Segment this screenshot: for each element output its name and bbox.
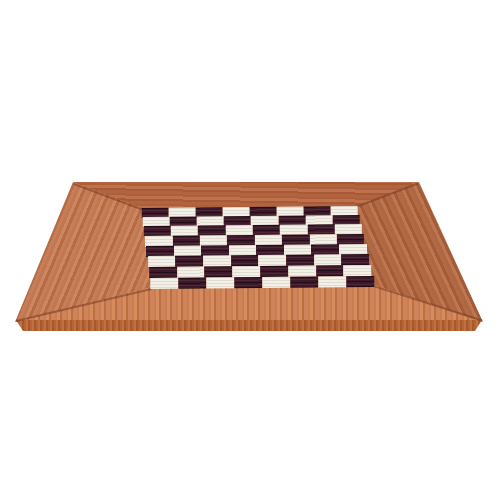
square-r6c4-dark	[231, 255, 259, 266]
square-r2c8-dark	[333, 215, 360, 225]
square-r6c6-dark	[286, 254, 314, 265]
square-r8c3-light	[206, 276, 234, 288]
square-r2c4-dark	[224, 216, 251, 226]
square-r1c6-light	[277, 206, 304, 216]
square-r3c3-dark	[198, 225, 225, 235]
square-r6c3-light	[203, 255, 231, 266]
square-r7c7-dark	[316, 265, 344, 277]
square-r6c5-light	[258, 254, 286, 265]
square-r7c4-light	[232, 265, 260, 277]
square-r4c2-dark	[172, 235, 199, 246]
square-r4c8-dark	[337, 234, 364, 245]
square-r2c2-dark	[170, 216, 197, 226]
square-r6c2-dark	[175, 255, 203, 266]
square-r5c1-dark	[146, 245, 174, 256]
square-r8c7-light	[318, 275, 346, 287]
square-r1c3-dark	[195, 207, 222, 217]
square-r7c1-dark	[149, 266, 177, 278]
square-r7c3-dark	[205, 266, 233, 278]
square-r1c7-dark	[304, 206, 331, 216]
square-r3c4-light	[226, 225, 253, 235]
square-r3c5-dark	[253, 225, 280, 235]
square-r2c6-dark	[278, 215, 305, 225]
product-photo-background	[0, 0, 500, 500]
square-r3c2-light	[171, 225, 198, 235]
square-r5c5-dark	[256, 244, 284, 255]
square-r1c5-dark	[249, 206, 276, 216]
square-r4c3-light	[200, 235, 227, 246]
square-r5c8-light	[339, 244, 367, 255]
square-r7c5-dark	[260, 265, 288, 277]
square-r5c3-dark	[201, 245, 229, 256]
square-r8c1-light	[151, 277, 179, 289]
square-r3c8-light	[335, 224, 362, 234]
square-r4c5-light	[255, 234, 282, 245]
square-r8c8-dark	[346, 275, 374, 287]
board-row-8	[151, 275, 375, 289]
square-r5c2-light	[174, 245, 202, 256]
square-r1c2-light	[168, 207, 195, 217]
square-r4c6-dark	[282, 234, 309, 245]
square-r5c4-light	[229, 245, 257, 256]
square-r2c3-light	[197, 216, 224, 226]
square-r7c2-light	[177, 266, 205, 278]
square-r2c5-light	[251, 215, 278, 225]
square-r1c4-light	[222, 207, 249, 217]
square-r4c4-dark	[227, 235, 254, 246]
square-r3c6-light	[280, 224, 307, 234]
square-r3c1-dark	[144, 226, 171, 236]
square-r6c8-dark	[341, 254, 369, 265]
square-r6c7-light	[314, 254, 342, 265]
square-r8c4-dark	[234, 276, 262, 288]
square-r7c8-light	[344, 264, 372, 276]
playing-field-8x8	[141, 205, 375, 288]
square-r2c1-light	[142, 216, 169, 226]
square-r5c7-dark	[311, 244, 339, 255]
square-r2c7-light	[305, 215, 332, 225]
square-r8c2-dark	[178, 277, 206, 289]
square-r4c7-light	[309, 234, 336, 245]
square-r1c8-light	[331, 206, 358, 216]
square-r3c7-dark	[307, 224, 334, 234]
square-r4c1-light	[145, 235, 172, 246]
square-r8c5-light	[262, 276, 290, 288]
square-r1c1-dark	[141, 207, 168, 217]
square-r5c6-light	[284, 244, 312, 255]
square-r8c6-dark	[290, 276, 318, 288]
square-r6c1-light	[148, 255, 176, 266]
square-r7c6-light	[288, 265, 316, 277]
